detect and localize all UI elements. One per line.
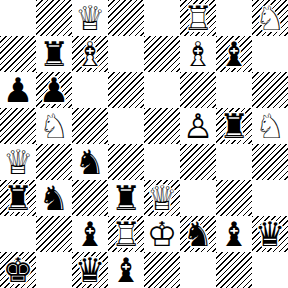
- black-pawn-icon: ♟♟: [36, 72, 72, 108]
- square-g3[interactable]: [216, 180, 252, 216]
- square-d7[interactable]: [108, 36, 144, 72]
- square-c6[interactable]: [72, 72, 108, 108]
- square-a8[interactable]: [0, 0, 36, 36]
- square-c2[interactable]: ♝♝: [72, 216, 108, 252]
- square-h1[interactable]: [252, 252, 288, 288]
- square-h8[interactable]: ♞♘: [252, 0, 288, 36]
- square-c5[interactable]: [72, 108, 108, 144]
- black-bishop-icon: ♝♝: [216, 36, 252, 72]
- square-g1[interactable]: [216, 252, 252, 288]
- black-rook-icon: ♜♜: [216, 108, 252, 144]
- square-f4[interactable]: [180, 144, 216, 180]
- square-h6[interactable]: [252, 72, 288, 108]
- square-h7[interactable]: [252, 36, 288, 72]
- square-b4[interactable]: [36, 144, 72, 180]
- square-d5[interactable]: [108, 108, 144, 144]
- square-a2[interactable]: [0, 216, 36, 252]
- piece-glyph: ♚: [0, 252, 36, 288]
- piece-glyph: ♗: [180, 36, 216, 72]
- black-knight-icon: ♞♞: [36, 180, 72, 216]
- white-queen-icon: ♛♕: [144, 180, 180, 216]
- white-king-icon: ♚♔: [144, 216, 180, 252]
- square-g4[interactable]: [216, 144, 252, 180]
- square-f8[interactable]: ♜♖: [180, 0, 216, 36]
- white-bishop-icon: ♝♗: [180, 36, 216, 72]
- square-d2[interactable]: ♜♖: [108, 216, 144, 252]
- piece-glyph: ♜: [36, 36, 72, 72]
- square-d1[interactable]: ♝♝: [108, 252, 144, 288]
- black-rook-icon: ♜♜: [0, 180, 36, 216]
- square-c7[interactable]: ♝♗: [72, 36, 108, 72]
- black-queen-icon: ♛♛: [252, 216, 288, 252]
- square-e2[interactable]: ♚♔: [144, 216, 180, 252]
- piece-glyph: ♘: [252, 108, 288, 144]
- square-f5[interactable]: ♟♙: [180, 108, 216, 144]
- square-c3[interactable]: [72, 180, 108, 216]
- piece-glyph: ♝: [216, 36, 252, 72]
- black-knight-icon: ♞♞: [72, 144, 108, 180]
- piece-glyph: ♘: [252, 0, 288, 36]
- square-e6[interactable]: [144, 72, 180, 108]
- square-f1[interactable]: [180, 252, 216, 288]
- square-d8[interactable]: [108, 0, 144, 36]
- piece-glyph: ♕: [72, 0, 108, 36]
- piece-glyph: ♖: [180, 0, 216, 36]
- piece-glyph: ♕: [0, 144, 36, 180]
- square-g2[interactable]: ♝♝: [216, 216, 252, 252]
- square-b7[interactable]: ♜♜: [36, 36, 72, 72]
- square-a4[interactable]: ♛♕: [0, 144, 36, 180]
- square-f2[interactable]: ♞♞: [180, 216, 216, 252]
- square-e5[interactable]: [144, 108, 180, 144]
- square-e3[interactable]: ♛♕: [144, 180, 180, 216]
- piece-glyph: ♜: [0, 180, 36, 216]
- square-d3[interactable]: ♜♜: [108, 180, 144, 216]
- white-rook-icon: ♜♖: [108, 216, 144, 252]
- square-b6[interactable]: ♟♟: [36, 72, 72, 108]
- square-a3[interactable]: ♜♜: [0, 180, 36, 216]
- piece-glyph: ♞: [180, 216, 216, 252]
- white-knight-icon: ♞♘: [252, 0, 288, 36]
- piece-glyph: ♝: [108, 252, 144, 288]
- square-g8[interactable]: [216, 0, 252, 36]
- square-e8[interactable]: [144, 0, 180, 36]
- square-b2[interactable]: [36, 216, 72, 252]
- piece-glyph: ♛: [72, 252, 108, 288]
- piece-glyph: ♟: [36, 72, 72, 108]
- chess-board: ♛♕♜♖♞♘♜♜♝♗♝♗♝♝♟♟♟♟♞♘♟♙♜♜♞♘♛♕♞♞♜♜♞♞♜♜♛♕♝♝…: [0, 0, 288, 288]
- piece-glyph: ♜: [216, 108, 252, 144]
- piece-glyph: ♞: [72, 144, 108, 180]
- square-b3[interactable]: ♞♞: [36, 180, 72, 216]
- black-bishop-icon: ♝♝: [108, 252, 144, 288]
- piece-glyph: ♘: [36, 108, 72, 144]
- square-a1[interactable]: ♚♚: [0, 252, 36, 288]
- piece-glyph: ♗: [72, 36, 108, 72]
- piece-glyph: ♞: [36, 180, 72, 216]
- white-rook-icon: ♜♖: [180, 0, 216, 36]
- square-b8[interactable]: [36, 0, 72, 36]
- piece-glyph: ♔: [144, 216, 180, 252]
- black-rook-icon: ♜♜: [108, 180, 144, 216]
- square-c8[interactable]: ♛♕: [72, 0, 108, 36]
- piece-glyph: ♜: [108, 180, 144, 216]
- square-h2[interactable]: ♛♛: [252, 216, 288, 252]
- square-e4[interactable]: [144, 144, 180, 180]
- square-e1[interactable]: [144, 252, 180, 288]
- square-b5[interactable]: ♞♘: [36, 108, 72, 144]
- white-pawn-icon: ♟♙: [180, 108, 216, 144]
- square-f7[interactable]: ♝♗: [180, 36, 216, 72]
- black-rook-icon: ♜♜: [36, 36, 72, 72]
- black-bishop-icon: ♝♝: [216, 216, 252, 252]
- black-queen-icon: ♛♛: [72, 252, 108, 288]
- black-king-icon: ♚♚: [0, 252, 36, 288]
- piece-glyph: ♛: [252, 216, 288, 252]
- black-pawn-icon: ♟♟: [0, 72, 36, 108]
- square-c1[interactable]: ♛♛: [72, 252, 108, 288]
- square-h3[interactable]: [252, 180, 288, 216]
- square-d6[interactable]: [108, 72, 144, 108]
- white-queen-icon: ♛♕: [72, 0, 108, 36]
- white-knight-icon: ♞♘: [252, 108, 288, 144]
- white-bishop-icon: ♝♗: [72, 36, 108, 72]
- piece-glyph: ♙: [180, 108, 216, 144]
- piece-glyph: ♟: [0, 72, 36, 108]
- square-a5[interactable]: [0, 108, 36, 144]
- square-a6[interactable]: ♟♟: [0, 72, 36, 108]
- black-bishop-icon: ♝♝: [72, 216, 108, 252]
- square-h5[interactable]: ♞♘: [252, 108, 288, 144]
- piece-glyph: ♖: [108, 216, 144, 252]
- white-knight-icon: ♞♘: [36, 108, 72, 144]
- piece-glyph: ♕: [144, 180, 180, 216]
- piece-glyph: ♝: [72, 216, 108, 252]
- square-f3[interactable]: [180, 180, 216, 216]
- square-f6[interactable]: [180, 72, 216, 108]
- piece-glyph: ♝: [216, 216, 252, 252]
- black-knight-icon: ♞♞: [180, 216, 216, 252]
- square-g5[interactable]: ♜♜: [216, 108, 252, 144]
- square-g6[interactable]: [216, 72, 252, 108]
- square-h4[interactable]: [252, 144, 288, 180]
- square-g7[interactable]: ♝♝: [216, 36, 252, 72]
- white-queen-icon: ♛♕: [0, 144, 36, 180]
- square-d4[interactable]: [108, 144, 144, 180]
- square-c4[interactable]: ♞♞: [72, 144, 108, 180]
- square-a7[interactable]: [0, 36, 36, 72]
- square-e7[interactable]: [144, 36, 180, 72]
- square-b1[interactable]: [36, 252, 72, 288]
